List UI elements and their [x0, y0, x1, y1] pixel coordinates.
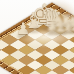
- white-pawn-piece: ♟: [70, 20, 74, 33]
- pieces-layer: ♟♝♚♛♟♞♟♜♟♞♟: [0, 0, 74, 74]
- chess-set-photo: ♟♝♚♛♟♞♟♜♟♞♟: [0, 0, 74, 74]
